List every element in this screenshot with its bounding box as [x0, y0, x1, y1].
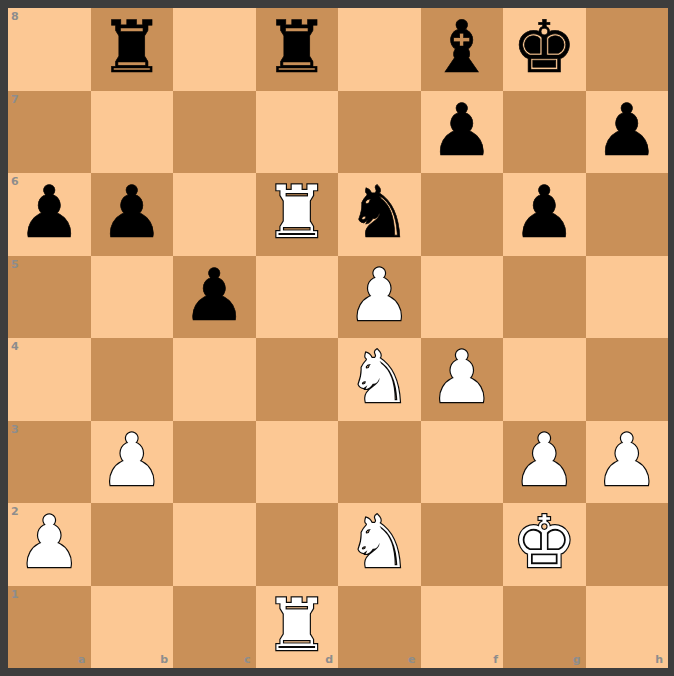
rank-label-5: 5: [11, 259, 19, 270]
square-a4[interactable]: 4: [8, 338, 91, 421]
square-h5[interactable]: [586, 256, 669, 339]
square-f4[interactable]: ♟: [421, 338, 504, 421]
piece-black-pawn-b6[interactable]: ♟: [99, 176, 164, 248]
square-h2[interactable]: [586, 503, 669, 586]
rank-label-3: 3: [11, 424, 19, 435]
square-h4[interactable]: [586, 338, 669, 421]
square-a6[interactable]: 6♟: [8, 173, 91, 256]
square-f8[interactable]: ♝: [421, 8, 504, 91]
rank-label-4: 4: [11, 341, 19, 352]
square-c7[interactable]: [173, 91, 256, 174]
square-g2[interactable]: ♚: [503, 503, 586, 586]
file-label-c: c: [244, 654, 251, 665]
square-g3[interactable]: ♟: [503, 421, 586, 504]
board-frame: 8♜♜♝♚7♟♟6♟♟♜♞♟5♟♟4♞♟3♟♟♟2♟♞♚1abcd♜efgh: [0, 0, 674, 676]
square-g5[interactable]: [503, 256, 586, 339]
square-a5[interactable]: 5: [8, 256, 91, 339]
piece-black-knight-e6[interactable]: ♞: [347, 176, 412, 248]
piece-white-knight-e4[interactable]: ♞: [347, 341, 412, 413]
square-h6[interactable]: [586, 173, 669, 256]
square-a1[interactable]: 1a: [8, 586, 91, 669]
square-b1[interactable]: b: [91, 586, 174, 669]
square-d2[interactable]: [256, 503, 339, 586]
square-c5[interactable]: ♟: [173, 256, 256, 339]
square-c4[interactable]: [173, 338, 256, 421]
square-d3[interactable]: [256, 421, 339, 504]
square-g4[interactable]: [503, 338, 586, 421]
piece-black-king-g8[interactable]: ♚: [512, 11, 577, 83]
square-c1[interactable]: c: [173, 586, 256, 669]
square-f6[interactable]: [421, 173, 504, 256]
piece-black-pawn-g6[interactable]: ♟: [512, 176, 577, 248]
square-c3[interactable]: [173, 421, 256, 504]
square-a2[interactable]: 2♟: [8, 503, 91, 586]
square-b4[interactable]: [91, 338, 174, 421]
square-h3[interactable]: ♟: [586, 421, 669, 504]
piece-white-pawn-a2[interactable]: ♟: [17, 506, 82, 578]
piece-black-rook-d8[interactable]: ♜: [264, 11, 329, 83]
piece-black-bishop-f8[interactable]: ♝: [429, 11, 494, 83]
piece-black-pawn-c5[interactable]: ♟: [182, 259, 247, 331]
square-h1[interactable]: h: [586, 586, 669, 669]
square-e2[interactable]: ♞: [338, 503, 421, 586]
piece-white-pawn-f4[interactable]: ♟: [429, 341, 494, 413]
square-e4[interactable]: ♞: [338, 338, 421, 421]
piece-black-pawn-h7[interactable]: ♟: [594, 94, 659, 166]
piece-white-king-g2[interactable]: ♚: [512, 506, 577, 578]
rank-label-1: 1: [11, 589, 19, 600]
piece-black-rook-b8[interactable]: ♜: [99, 11, 164, 83]
rank-label-7: 7: [11, 94, 19, 105]
piece-white-knight-e2[interactable]: ♞: [347, 506, 412, 578]
square-a8[interactable]: 8: [8, 8, 91, 91]
square-b3[interactable]: ♟: [91, 421, 174, 504]
square-f3[interactable]: [421, 421, 504, 504]
square-d8[interactable]: ♜: [256, 8, 339, 91]
square-b8[interactable]: ♜: [91, 8, 174, 91]
square-c2[interactable]: [173, 503, 256, 586]
square-f1[interactable]: f: [421, 586, 504, 669]
square-c8[interactable]: [173, 8, 256, 91]
square-f2[interactable]: [421, 503, 504, 586]
square-g8[interactable]: ♚: [503, 8, 586, 91]
square-e1[interactable]: e: [338, 586, 421, 669]
square-d4[interactable]: [256, 338, 339, 421]
square-a7[interactable]: 7: [8, 91, 91, 174]
piece-black-pawn-a6[interactable]: ♟: [17, 176, 82, 248]
square-e8[interactable]: [338, 8, 421, 91]
square-b6[interactable]: ♟: [91, 173, 174, 256]
piece-white-pawn-h3[interactable]: ♟: [594, 424, 659, 496]
file-label-g: g: [573, 654, 581, 665]
square-d7[interactable]: [256, 91, 339, 174]
piece-white-pawn-b3[interactable]: ♟: [99, 424, 164, 496]
square-b2[interactable]: [91, 503, 174, 586]
square-d1[interactable]: d♜: [256, 586, 339, 669]
piece-white-rook-d6[interactable]: ♜: [264, 176, 329, 248]
square-d6[interactable]: ♜: [256, 173, 339, 256]
square-h7[interactable]: ♟: [586, 91, 669, 174]
file-label-b: b: [160, 654, 168, 665]
piece-white-pawn-g3[interactable]: ♟: [512, 424, 577, 496]
square-a3[interactable]: 3: [8, 421, 91, 504]
square-e7[interactable]: [338, 91, 421, 174]
square-e3[interactable]: [338, 421, 421, 504]
square-g6[interactable]: ♟: [503, 173, 586, 256]
piece-black-pawn-f7[interactable]: ♟: [429, 94, 494, 166]
square-g7[interactable]: [503, 91, 586, 174]
file-label-h: h: [655, 654, 663, 665]
file-label-f: f: [493, 654, 498, 665]
piece-white-rook-d1[interactable]: ♜: [264, 589, 329, 661]
square-g1[interactable]: g: [503, 586, 586, 669]
square-f7[interactable]: ♟: [421, 91, 504, 174]
file-label-e: e: [408, 654, 415, 665]
file-label-a: a: [78, 654, 85, 665]
square-h8[interactable]: [586, 8, 669, 91]
square-c6[interactable]: [173, 173, 256, 256]
square-e5[interactable]: ♟: [338, 256, 421, 339]
square-f5[interactable]: [421, 256, 504, 339]
piece-white-pawn-e5[interactable]: ♟: [347, 259, 412, 331]
rank-label-8: 8: [11, 11, 19, 22]
square-b7[interactable]: [91, 91, 174, 174]
square-d5[interactable]: [256, 256, 339, 339]
chess-board: 8♜♜♝♚7♟♟6♟♟♜♞♟5♟♟4♞♟3♟♟♟2♟♞♚1abcd♜efgh: [8, 8, 668, 668]
square-b5[interactable]: [91, 256, 174, 339]
square-e6[interactable]: ♞: [338, 173, 421, 256]
